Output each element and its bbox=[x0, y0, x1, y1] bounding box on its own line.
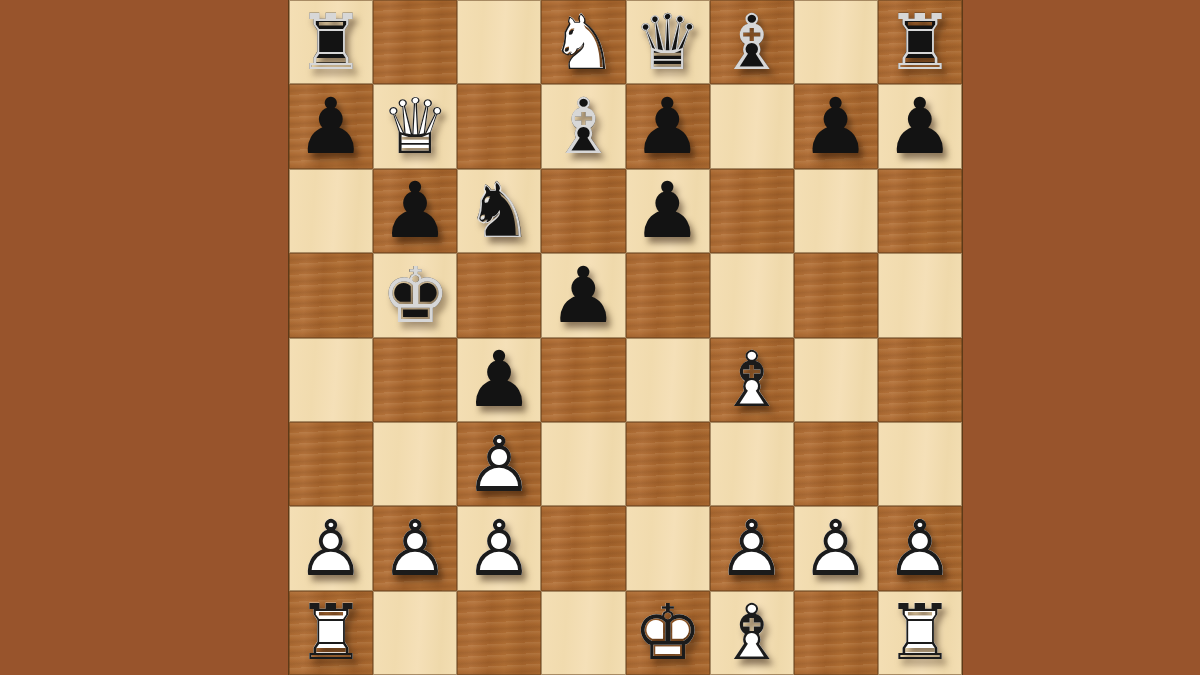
square-g7[interactable]: ♟ bbox=[794, 84, 878, 168]
square-g2[interactable]: ♟♙ bbox=[794, 506, 878, 590]
square-e8[interactable]: ♛♕ bbox=[626, 0, 710, 84]
piece-outline-glyph: ♙ bbox=[878, 506, 962, 590]
square-d5[interactable]: ♟ bbox=[541, 253, 625, 337]
square-e2[interactable] bbox=[626, 506, 710, 590]
piece-outline-glyph: ♙ bbox=[289, 506, 373, 590]
square-b4[interactable] bbox=[373, 338, 457, 422]
piece-outline-glyph: ♙ bbox=[457, 422, 541, 506]
square-c1[interactable] bbox=[457, 591, 541, 675]
square-c5[interactable] bbox=[457, 253, 541, 337]
piece-glyph: ♝ bbox=[710, 338, 794, 422]
square-f5[interactable] bbox=[710, 253, 794, 337]
chess-board: ♜♖♞♘♛♕♝♗♜♖♟♛♕♝♗♟♟♟♟♞♘♟♚♔♟♟♝♗♟♙♟♙♟♙♟♙♟♙♟♙… bbox=[288, 0, 963, 675]
square-d2[interactable] bbox=[541, 506, 625, 590]
square-g5[interactable] bbox=[794, 253, 878, 337]
piece-outline-glyph: ♘ bbox=[457, 169, 541, 253]
piece-outline-glyph: ♙ bbox=[710, 506, 794, 590]
square-c4[interactable]: ♟ bbox=[457, 338, 541, 422]
square-f3[interactable] bbox=[710, 422, 794, 506]
square-a7[interactable]: ♟ bbox=[289, 84, 373, 168]
piece-glyph: ♟ bbox=[373, 169, 457, 253]
piece-outline-glyph: ♗ bbox=[710, 0, 794, 84]
square-f6[interactable] bbox=[710, 169, 794, 253]
square-g6[interactable] bbox=[794, 169, 878, 253]
square-e1[interactable]: ♚♔ bbox=[626, 591, 710, 675]
piece-glyph: ♞ bbox=[541, 0, 625, 84]
square-b2[interactable]: ♟♙ bbox=[373, 506, 457, 590]
square-c7[interactable] bbox=[457, 84, 541, 168]
piece-glyph: ♜ bbox=[289, 0, 373, 84]
square-d3[interactable] bbox=[541, 422, 625, 506]
piece-glyph: ♚ bbox=[373, 253, 457, 337]
square-b5[interactable]: ♚♔ bbox=[373, 253, 457, 337]
square-a6[interactable] bbox=[289, 169, 373, 253]
square-e5[interactable] bbox=[626, 253, 710, 337]
piece-outline-glyph: ♖ bbox=[289, 591, 373, 675]
page-background: ♜♖♞♘♛♕♝♗♜♖♟♛♕♝♗♟♟♟♟♞♘♟♚♔♟♟♝♗♟♙♟♙♟♙♟♙♟♙♟♙… bbox=[0, 0, 1200, 675]
square-b3[interactable] bbox=[373, 422, 457, 506]
square-f7[interactable] bbox=[710, 84, 794, 168]
square-b1[interactable] bbox=[373, 591, 457, 675]
square-d7[interactable]: ♝♗ bbox=[541, 84, 625, 168]
square-h1[interactable]: ♜♖ bbox=[878, 591, 962, 675]
piece-outline-glyph: ♗ bbox=[710, 338, 794, 422]
square-b8[interactable] bbox=[373, 0, 457, 84]
piece-glyph: ♟ bbox=[541, 253, 625, 337]
square-c2[interactable]: ♟♙ bbox=[457, 506, 541, 590]
piece-glyph: ♜ bbox=[878, 591, 962, 675]
square-g4[interactable] bbox=[794, 338, 878, 422]
square-g1[interactable] bbox=[794, 591, 878, 675]
square-e4[interactable] bbox=[626, 338, 710, 422]
piece-outline-glyph: ♖ bbox=[878, 591, 962, 675]
square-e3[interactable] bbox=[626, 422, 710, 506]
piece-glyph: ♟ bbox=[626, 169, 710, 253]
piece-glyph: ♜ bbox=[878, 0, 962, 84]
square-c8[interactable] bbox=[457, 0, 541, 84]
square-e7[interactable]: ♟ bbox=[626, 84, 710, 168]
piece-glyph: ♝ bbox=[541, 84, 625, 168]
square-g8[interactable] bbox=[794, 0, 878, 84]
piece-outline-glyph: ♔ bbox=[626, 591, 710, 675]
square-e6[interactable]: ♟ bbox=[626, 169, 710, 253]
piece-glyph: ♞ bbox=[457, 169, 541, 253]
square-d6[interactable] bbox=[541, 169, 625, 253]
square-f4[interactable]: ♝♗ bbox=[710, 338, 794, 422]
piece-glyph: ♜ bbox=[289, 591, 373, 675]
piece-glyph: ♚ bbox=[626, 591, 710, 675]
piece-outline-glyph: ♗ bbox=[710, 591, 794, 675]
piece-glyph: ♟ bbox=[457, 506, 541, 590]
piece-outline-glyph: ♗ bbox=[541, 84, 625, 168]
piece-outline-glyph: ♙ bbox=[794, 506, 878, 590]
piece-glyph: ♝ bbox=[710, 0, 794, 84]
piece-outline-glyph: ♙ bbox=[457, 506, 541, 590]
piece-glyph: ♝ bbox=[710, 591, 794, 675]
piece-outline-glyph: ♖ bbox=[878, 0, 962, 84]
piece-outline-glyph: ♖ bbox=[289, 0, 373, 84]
square-h2[interactable]: ♟♙ bbox=[878, 506, 962, 590]
piece-glyph: ♟ bbox=[373, 506, 457, 590]
square-h5[interactable] bbox=[878, 253, 962, 337]
piece-outline-glyph: ♔ bbox=[373, 253, 457, 337]
square-d1[interactable] bbox=[541, 591, 625, 675]
piece-outline-glyph: ♕ bbox=[626, 0, 710, 84]
piece-glyph: ♟ bbox=[289, 506, 373, 590]
piece-glyph: ♟ bbox=[878, 84, 962, 168]
piece-glyph: ♟ bbox=[457, 338, 541, 422]
square-h6[interactable] bbox=[878, 169, 962, 253]
square-a5[interactable] bbox=[289, 253, 373, 337]
piece-outline-glyph: ♙ bbox=[373, 506, 457, 590]
piece-glyph: ♟ bbox=[626, 84, 710, 168]
square-d8[interactable]: ♞♘ bbox=[541, 0, 625, 84]
piece-glyph: ♛ bbox=[373, 84, 457, 168]
piece-glyph: ♟ bbox=[710, 506, 794, 590]
square-h8[interactable]: ♜♖ bbox=[878, 0, 962, 84]
piece-glyph: ♟ bbox=[878, 506, 962, 590]
square-c6[interactable]: ♞♘ bbox=[457, 169, 541, 253]
square-c3[interactable]: ♟♙ bbox=[457, 422, 541, 506]
square-f1[interactable]: ♝♗ bbox=[710, 591, 794, 675]
square-a8[interactable]: ♜♖ bbox=[289, 0, 373, 84]
square-d4[interactable] bbox=[541, 338, 625, 422]
piece-glyph: ♟ bbox=[289, 84, 373, 168]
square-b6[interactable]: ♟ bbox=[373, 169, 457, 253]
square-f8[interactable]: ♝♗ bbox=[710, 0, 794, 84]
piece-glyph: ♟ bbox=[457, 422, 541, 506]
square-h4[interactable] bbox=[878, 338, 962, 422]
piece-glyph: ♟ bbox=[794, 84, 878, 168]
square-a3[interactable] bbox=[289, 422, 373, 506]
square-h3[interactable] bbox=[878, 422, 962, 506]
piece-outline-glyph: ♘ bbox=[541, 0, 625, 84]
square-g3[interactable] bbox=[794, 422, 878, 506]
square-b7[interactable]: ♛♕ bbox=[373, 84, 457, 168]
square-a1[interactable]: ♜♖ bbox=[289, 591, 373, 675]
piece-outline-glyph: ♕ bbox=[373, 84, 457, 168]
square-f2[interactable]: ♟♙ bbox=[710, 506, 794, 590]
square-a4[interactable] bbox=[289, 338, 373, 422]
piece-glyph: ♛ bbox=[626, 0, 710, 84]
square-h7[interactable]: ♟ bbox=[878, 84, 962, 168]
square-a2[interactable]: ♟♙ bbox=[289, 506, 373, 590]
piece-glyph: ♟ bbox=[794, 506, 878, 590]
